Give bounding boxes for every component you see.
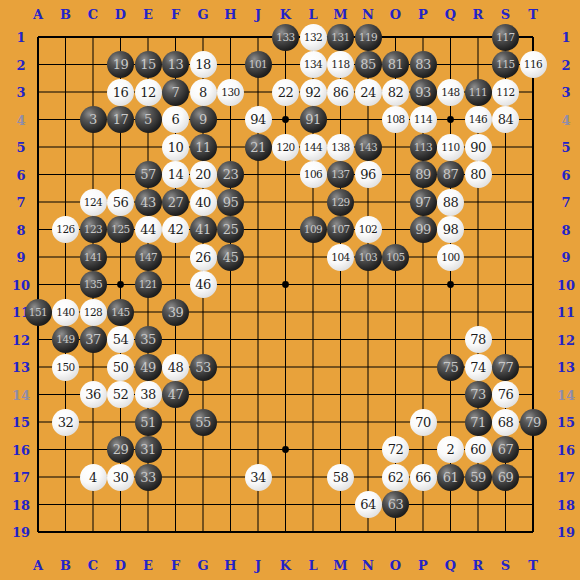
hoshi-point [282, 446, 289, 453]
stone-P2[interactable]: 83 [410, 51, 437, 78]
move-number: 17 [113, 113, 129, 126]
stone-Q6[interactable]: 87 [437, 161, 464, 188]
stone-E3[interactable]: 12 [135, 79, 162, 106]
move-number: 29 [113, 443, 129, 456]
stone-T15[interactable]: 79 [520, 409, 547, 436]
stone-P15[interactable]: 70 [410, 409, 437, 436]
move-number: 88 [443, 196, 459, 209]
stone-C17[interactable]: 4 [80, 464, 107, 491]
coord-right-18: 18 [557, 498, 575, 511]
move-number: 3 [89, 113, 97, 126]
move-number: 19 [113, 58, 129, 71]
move-number: 92 [305, 86, 321, 99]
stone-R16[interactable]: 60 [465, 436, 492, 463]
move-number: 36 [85, 388, 101, 401]
move-number: 106 [304, 169, 323, 180]
stone-E15[interactable]: 51 [135, 409, 162, 436]
stone-G6[interactable]: 20 [190, 161, 217, 188]
move-number: 83 [415, 58, 431, 71]
stone-H7[interactable]: 95 [217, 189, 244, 216]
stone-F2[interactable]: 13 [162, 51, 189, 78]
coord-right-13: 13 [557, 361, 575, 374]
coord-bottom-M: M [333, 559, 347, 572]
move-number: 135 [84, 279, 103, 290]
coord-top-E: E [143, 8, 153, 21]
move-number: 53 [195, 361, 211, 374]
move-number: 124 [84, 197, 103, 208]
coord-left-17: 17 [12, 471, 30, 484]
stone-K1[interactable]: 133 [272, 24, 299, 51]
stone-C12[interactable]: 37 [80, 326, 107, 353]
stone-N2[interactable]: 85 [355, 51, 382, 78]
stone-F7[interactable]: 27 [162, 189, 189, 216]
stone-E13[interactable]: 49 [135, 354, 162, 381]
stone-Q8[interactable]: 98 [437, 216, 464, 243]
stone-S16[interactable]: 67 [492, 436, 519, 463]
stone-H3[interactable]: 130 [217, 79, 244, 106]
stone-R13[interactable]: 74 [465, 354, 492, 381]
coord-top-L: L [308, 8, 317, 21]
stone-G13[interactable]: 53 [190, 354, 217, 381]
coord-bottom-S: S [501, 559, 510, 572]
coord-left-10: 10 [12, 278, 30, 291]
stone-E17[interactable]: 33 [135, 464, 162, 491]
coord-right-17: 17 [557, 471, 575, 484]
move-number: 58 [333, 471, 349, 484]
move-number: 114 [414, 114, 433, 125]
stone-O3[interactable]: 82 [382, 79, 409, 106]
hoshi-point [282, 116, 289, 123]
move-number: 44 [140, 223, 156, 236]
stone-H6[interactable]: 23 [217, 161, 244, 188]
stone-F3[interactable]: 7 [162, 79, 189, 106]
coord-right-1: 1 [561, 31, 570, 44]
stone-P8[interactable]: 99 [410, 216, 437, 243]
stone-Q9[interactable]: 100 [437, 244, 464, 271]
stone-C9[interactable]: 141 [80, 244, 107, 271]
hoshi-point [447, 116, 454, 123]
stone-O17[interactable]: 62 [382, 464, 409, 491]
move-number: 90 [470, 141, 486, 154]
stone-B13[interactable]: 150 [52, 354, 79, 381]
stone-N3[interactable]: 24 [355, 79, 382, 106]
move-number: 103 [359, 252, 378, 263]
move-number: 89 [415, 168, 431, 181]
move-number: 109 [304, 224, 323, 235]
coord-top-G: G [197, 8, 208, 21]
stone-D12[interactable]: 54 [107, 326, 134, 353]
stone-E9[interactable]: 147 [135, 244, 162, 271]
coord-right-6: 6 [561, 168, 570, 181]
stone-R5[interactable]: 90 [465, 134, 492, 161]
coord-top-Q: Q [445, 8, 456, 21]
move-number: 40 [195, 196, 211, 209]
stone-O2[interactable]: 81 [382, 51, 409, 78]
coord-left-7: 7 [16, 196, 25, 209]
stone-F4[interactable]: 6 [162, 106, 189, 133]
move-number: 91 [305, 113, 321, 126]
move-number: 101 [249, 59, 268, 70]
coord-right-19: 19 [557, 526, 575, 539]
stone-D14[interactable]: 52 [107, 381, 134, 408]
move-number: 73 [470, 388, 486, 401]
coord-top-T: T [528, 8, 538, 21]
stone-G10[interactable]: 46 [190, 271, 217, 298]
move-number: 60 [470, 443, 486, 456]
move-number: 145 [111, 307, 130, 318]
stone-N8[interactable]: 102 [355, 216, 382, 243]
stone-Q3[interactable]: 148 [437, 79, 464, 106]
stone-R17[interactable]: 59 [465, 464, 492, 491]
coord-top-N: N [362, 8, 374, 21]
move-number: 126 [56, 224, 75, 235]
move-number: 121 [139, 279, 158, 290]
coord-bottom-P: P [418, 559, 428, 572]
coord-left-1: 1 [16, 31, 25, 44]
stone-D11[interactable]: 145 [107, 299, 134, 326]
move-number: 116 [524, 59, 543, 70]
coord-right-15: 15 [557, 416, 575, 429]
move-number: 137 [331, 169, 350, 180]
stone-C10[interactable]: 135 [80, 271, 107, 298]
move-number: 56 [113, 196, 129, 209]
stone-G8[interactable]: 41 [190, 216, 217, 243]
coord-left-12: 12 [12, 333, 30, 346]
stone-D16[interactable]: 29 [107, 436, 134, 463]
stone-S1[interactable]: 117 [492, 24, 519, 51]
stone-G2[interactable]: 18 [190, 51, 217, 78]
move-number: 21 [250, 141, 266, 154]
coord-top-A: A [33, 8, 43, 21]
coord-top-M: M [333, 8, 347, 21]
stone-L5[interactable]: 144 [300, 134, 327, 161]
stone-G9[interactable]: 26 [190, 244, 217, 271]
stone-B12[interactable]: 149 [52, 326, 79, 353]
stone-E10[interactable]: 121 [135, 271, 162, 298]
move-number: 11 [195, 141, 211, 154]
stone-C4[interactable]: 3 [80, 106, 107, 133]
stone-L2[interactable]: 134 [300, 51, 327, 78]
stone-T2[interactable]: 116 [520, 51, 547, 78]
move-number: 81 [388, 58, 404, 71]
stone-S17[interactable]: 69 [492, 464, 519, 491]
move-number: 84 [498, 113, 514, 126]
stone-F6[interactable]: 14 [162, 161, 189, 188]
move-number: 4 [89, 471, 97, 484]
stone-P6[interactable]: 89 [410, 161, 437, 188]
stone-M3[interactable]: 86 [327, 79, 354, 106]
move-number: 67 [498, 443, 514, 456]
stone-F11[interactable]: 39 [162, 299, 189, 326]
move-number: 143 [359, 142, 378, 153]
stone-K3[interactable]: 22 [272, 79, 299, 106]
move-number: 128 [84, 307, 103, 318]
stone-G5[interactable]: 11 [190, 134, 217, 161]
stone-E14[interactable]: 38 [135, 381, 162, 408]
move-number: 141 [84, 252, 103, 263]
move-number: 147 [139, 252, 158, 263]
coord-top-H: H [224, 8, 236, 21]
stone-L1[interactable]: 132 [300, 24, 327, 51]
stone-C11[interactable]: 128 [80, 299, 107, 326]
stone-E6[interactable]: 57 [135, 161, 162, 188]
move-number: 134 [304, 59, 323, 70]
coord-top-S: S [501, 8, 510, 21]
coord-bottom-H: H [224, 559, 236, 572]
coord-bottom-J: J [255, 559, 261, 572]
move-number: 100 [441, 252, 460, 263]
move-number: 31 [140, 443, 156, 456]
move-number: 104 [331, 252, 350, 263]
stone-D7[interactable]: 56 [107, 189, 134, 216]
coord-left-9: 9 [16, 251, 25, 264]
stone-Q7[interactable]: 88 [437, 189, 464, 216]
move-number: 50 [113, 361, 129, 374]
stone-B11[interactable]: 140 [52, 299, 79, 326]
move-number: 130 [221, 87, 240, 98]
move-number: 144 [304, 142, 323, 153]
move-number: 35 [140, 333, 156, 346]
stone-N18[interactable]: 64 [355, 491, 382, 518]
stone-E7[interactable]: 43 [135, 189, 162, 216]
coord-bottom-D: D [115, 559, 126, 572]
stone-N5[interactable]: 143 [355, 134, 382, 161]
stone-M17[interactable]: 58 [327, 464, 354, 491]
stone-M9[interactable]: 104 [327, 244, 354, 271]
move-number: 97 [415, 196, 431, 209]
stone-S2[interactable]: 115 [492, 51, 519, 78]
stone-P7[interactable]: 97 [410, 189, 437, 216]
move-number: 95 [223, 196, 239, 209]
move-number: 102 [359, 224, 378, 235]
stone-R6[interactable]: 80 [465, 161, 492, 188]
coord-left-3: 3 [16, 86, 25, 99]
stone-P17[interactable]: 66 [410, 464, 437, 491]
stone-D8[interactable]: 125 [107, 216, 134, 243]
move-number: 7 [172, 86, 180, 99]
stone-S13[interactable]: 77 [492, 354, 519, 381]
coord-bottom-G: G [197, 559, 208, 572]
coord-left-15: 15 [12, 416, 30, 429]
coord-left-16: 16 [12, 443, 30, 456]
move-number: 57 [140, 168, 156, 181]
stone-E4[interactable]: 5 [135, 106, 162, 133]
coord-top-C: C [88, 8, 98, 21]
stone-M2[interactable]: 118 [327, 51, 354, 78]
move-number: 39 [168, 306, 184, 319]
move-number: 80 [470, 168, 486, 181]
stone-Q16[interactable]: 2 [437, 436, 464, 463]
stone-M1[interactable]: 131 [327, 24, 354, 51]
stone-O9[interactable]: 105 [382, 244, 409, 271]
coord-bottom-T: T [528, 559, 538, 572]
move-number: 63 [388, 498, 404, 511]
move-number: 2 [447, 443, 455, 456]
stone-J5[interactable]: 21 [245, 134, 272, 161]
stone-A11[interactable]: 151 [25, 299, 52, 326]
move-number: 13 [168, 58, 184, 71]
stone-E12[interactable]: 35 [135, 326, 162, 353]
coord-right-12: 12 [557, 333, 575, 346]
move-number: 66 [415, 471, 431, 484]
move-number: 48 [168, 361, 184, 374]
stone-D13[interactable]: 50 [107, 354, 134, 381]
stone-E16[interactable]: 31 [135, 436, 162, 463]
move-number: 105 [386, 252, 405, 263]
stone-C8[interactable]: 123 [80, 216, 107, 243]
stone-G4[interactable]: 9 [190, 106, 217, 133]
stone-E2[interactable]: 15 [135, 51, 162, 78]
move-number: 15 [140, 58, 156, 71]
coord-bottom-F: F [171, 559, 180, 572]
move-number: 78 [470, 333, 486, 346]
stone-G3[interactable]: 8 [190, 79, 217, 106]
move-number: 14 [168, 168, 184, 181]
move-number: 6 [172, 113, 180, 126]
coord-bottom-L: L [308, 559, 317, 572]
coord-top-D: D [115, 8, 126, 21]
move-number: 68 [498, 416, 514, 429]
coord-left-13: 13 [12, 361, 30, 374]
move-number: 33 [140, 471, 156, 484]
move-number: 93 [415, 86, 431, 99]
move-number: 51 [140, 416, 156, 429]
stone-O18[interactable]: 63 [382, 491, 409, 518]
move-number: 123 [84, 224, 103, 235]
move-number: 32 [58, 416, 74, 429]
go-board-screen: AABBCCDDEEFFGGHHJJKKLLMMNNOOPPQQRRSSTT11… [0, 0, 580, 580]
stone-E8[interactable]: 44 [135, 216, 162, 243]
move-number: 148 [441, 87, 460, 98]
move-number: 42 [168, 223, 184, 236]
move-number: 117 [496, 32, 515, 43]
move-number: 79 [525, 416, 541, 429]
coord-left-18: 18 [12, 498, 30, 511]
coord-left-8: 8 [16, 223, 25, 236]
stone-B8[interactable]: 126 [52, 216, 79, 243]
stone-O4[interactable]: 108 [382, 106, 409, 133]
stone-J17[interactable]: 34 [245, 464, 272, 491]
move-number: 112 [496, 87, 515, 98]
coord-top-F: F [171, 8, 180, 21]
stone-R14[interactable]: 73 [465, 381, 492, 408]
stone-F8[interactable]: 42 [162, 216, 189, 243]
move-number: 72 [388, 443, 404, 456]
move-number: 8 [199, 86, 207, 99]
stone-J2[interactable]: 101 [245, 51, 272, 78]
stone-L3[interactable]: 92 [300, 79, 327, 106]
stone-M5[interactable]: 138 [327, 134, 354, 161]
stone-F5[interactable]: 10 [162, 134, 189, 161]
move-number: 41 [195, 223, 211, 236]
stone-M8[interactable]: 107 [327, 216, 354, 243]
stone-D4[interactable]: 17 [107, 106, 134, 133]
stone-P3[interactable]: 93 [410, 79, 437, 106]
stone-Q17[interactable]: 61 [437, 464, 464, 491]
stone-Q13[interactable]: 75 [437, 354, 464, 381]
move-number: 146 [469, 114, 488, 125]
stone-B15[interactable]: 32 [52, 409, 79, 436]
stone-F14[interactable]: 47 [162, 381, 189, 408]
coord-right-8: 8 [561, 223, 570, 236]
stone-P4[interactable]: 114 [410, 106, 437, 133]
coord-top-O: O [390, 8, 401, 21]
move-number: 107 [331, 224, 350, 235]
stone-L6[interactable]: 106 [300, 161, 327, 188]
stone-Q5[interactable]: 110 [437, 134, 464, 161]
move-number: 82 [388, 86, 404, 99]
coord-top-B: B [60, 8, 71, 21]
stone-N1[interactable]: 119 [355, 24, 382, 51]
move-number: 16 [113, 86, 129, 99]
stone-J4[interactable]: 94 [245, 106, 272, 133]
stone-R12[interactable]: 78 [465, 326, 492, 353]
coord-bottom-Q: Q [445, 559, 456, 572]
stone-G15[interactable]: 55 [190, 409, 217, 436]
stone-H9[interactable]: 45 [217, 244, 244, 271]
move-number: 37 [85, 333, 101, 346]
stone-H8[interactable]: 25 [217, 216, 244, 243]
stone-D17[interactable]: 30 [107, 464, 134, 491]
move-number: 98 [443, 223, 459, 236]
stone-S3[interactable]: 112 [492, 79, 519, 106]
stone-P5[interactable]: 113 [410, 134, 437, 161]
stone-R15[interactable]: 71 [465, 409, 492, 436]
coord-top-P: P [418, 8, 428, 21]
move-number: 59 [470, 471, 486, 484]
move-number: 74 [470, 361, 486, 374]
stone-L4[interactable]: 91 [300, 106, 327, 133]
move-number: 49 [140, 361, 156, 374]
stone-C7[interactable]: 124 [80, 189, 107, 216]
coord-bottom-B: B [60, 559, 71, 572]
move-number: 140 [56, 307, 75, 318]
stone-M6[interactable]: 137 [327, 161, 354, 188]
coord-bottom-K: K [280, 559, 291, 572]
coord-bottom-O: O [390, 559, 401, 572]
coord-right-7: 7 [561, 196, 570, 209]
move-number: 12 [140, 86, 156, 99]
move-number: 69 [498, 471, 514, 484]
stone-M7[interactable]: 129 [327, 189, 354, 216]
stone-K5[interactable]: 120 [272, 134, 299, 161]
stone-N9[interactable]: 103 [355, 244, 382, 271]
coord-top-K: K [280, 8, 291, 21]
stone-G7[interactable]: 40 [190, 189, 217, 216]
move-number: 24 [360, 86, 376, 99]
move-number: 99 [415, 223, 431, 236]
stone-R3[interactable]: 111 [465, 79, 492, 106]
move-number: 133 [276, 32, 295, 43]
stone-O16[interactable]: 72 [382, 436, 409, 463]
stone-S15[interactable]: 68 [492, 409, 519, 436]
stone-C14[interactable]: 36 [80, 381, 107, 408]
stone-D3[interactable]: 16 [107, 79, 134, 106]
move-number: 30 [113, 471, 129, 484]
stone-S4[interactable]: 84 [492, 106, 519, 133]
stone-N6[interactable]: 96 [355, 161, 382, 188]
coord-left-14: 14 [12, 388, 30, 401]
stone-D2[interactable]: 19 [107, 51, 134, 78]
move-number: 118 [331, 59, 350, 70]
stone-F13[interactable]: 48 [162, 354, 189, 381]
stone-S14[interactable]: 76 [492, 381, 519, 408]
move-number: 125 [111, 224, 130, 235]
coord-bottom-R: R [473, 559, 484, 572]
stone-L8[interactable]: 109 [300, 216, 327, 243]
move-number: 151 [29, 307, 48, 318]
stone-R4[interactable]: 146 [465, 106, 492, 133]
